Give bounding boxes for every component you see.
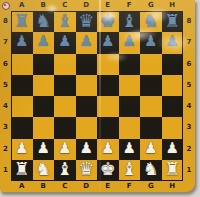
square-c6[interactable] <box>54 54 76 75</box>
file-label-bottom-c: C <box>54 181 76 192</box>
piece-white-pawn[interactable]: ♟ <box>101 141 114 156</box>
square-g1[interactable]: ♞ <box>140 160 162 181</box>
square-c8[interactable]: ♝ <box>54 11 76 32</box>
piece-white-pawn[interactable]: ♟ <box>166 141 179 156</box>
rank-label-left-6: 6 <box>0 54 11 75</box>
square-a8[interactable]: ♜ <box>11 11 33 32</box>
piece-white-bishop[interactable]: ♝ <box>121 160 137 178</box>
piece-white-knight[interactable]: ♞ <box>35 160 51 178</box>
square-e8[interactable]: ♚ <box>97 11 119 32</box>
rank-label-left-3: 3 <box>0 117 11 138</box>
board-corner <box>0 0 11 11</box>
board-corner <box>183 0 195 11</box>
piece-white-pawn[interactable]: ♟ <box>144 141 157 156</box>
square-h5[interactable] <box>162 75 184 96</box>
file-label-bottom-h: H <box>162 181 184 192</box>
piece-white-king[interactable]: ♚ <box>100 160 116 178</box>
piece-black-pawn[interactable]: ♟ <box>15 34 28 49</box>
square-a3[interactable] <box>11 117 33 138</box>
square-g2[interactable]: ♟ <box>140 139 162 160</box>
square-d4[interactable] <box>76 96 98 117</box>
square-f3[interactable] <box>119 117 141 138</box>
square-f6[interactable] <box>119 54 141 75</box>
piece-black-rook[interactable]: ♜ <box>164 12 180 30</box>
square-b5[interactable] <box>33 75 55 96</box>
square-b3[interactable] <box>33 117 55 138</box>
piece-black-knight[interactable]: ♞ <box>143 12 159 30</box>
square-h4[interactable] <box>162 96 184 117</box>
square-g4[interactable] <box>140 96 162 117</box>
piece-white-pawn[interactable]: ♟ <box>58 141 71 156</box>
square-g3[interactable] <box>140 117 162 138</box>
square-c7[interactable]: ♟ <box>54 32 76 53</box>
square-b1[interactable]: ♞ <box>33 160 55 181</box>
square-b7[interactable]: ♟ <box>33 32 55 53</box>
board-corner <box>0 181 11 192</box>
square-d8[interactable]: ♛ <box>76 11 98 32</box>
piece-black-pawn[interactable]: ♟ <box>80 34 93 49</box>
square-f4[interactable] <box>119 96 141 117</box>
square-c4[interactable] <box>54 96 76 117</box>
square-c3[interactable] <box>54 117 76 138</box>
rank-label-left-4: 4 <box>0 96 11 117</box>
piece-white-pawn[interactable]: ♟ <box>15 141 28 156</box>
rank-label-left-2: 2 <box>0 139 11 160</box>
piece-black-queen[interactable]: ♛ <box>78 12 94 30</box>
piece-white-pawn[interactable]: ♟ <box>123 141 136 156</box>
chess-board: AABBCCDDEEFFGGHH88♜♞♝♛♚♝♞♜77♟♟♟♟♟♟♟♟6655… <box>0 0 195 192</box>
square-e1[interactable]: ♚ <box>97 160 119 181</box>
rank-label-left-7: 7 <box>0 32 11 53</box>
rank-label-right-7: 7 <box>183 32 195 53</box>
rank-label-left-8: 8 <box>0 11 11 32</box>
piece-black-rook[interactable]: ♜ <box>14 12 30 30</box>
square-h1[interactable]: ♜ <box>162 160 184 181</box>
square-a7[interactable]: ♟ <box>11 32 33 53</box>
square-b2[interactable]: ♟ <box>33 139 55 160</box>
rank-label-right-3: 3 <box>183 117 195 138</box>
piece-black-pawn[interactable]: ♟ <box>144 34 157 49</box>
piece-black-knight[interactable]: ♞ <box>35 12 51 30</box>
piece-white-pawn[interactable]: ♟ <box>80 141 93 156</box>
maker-logo-icon <box>2 2 10 10</box>
square-e6[interactable] <box>97 54 119 75</box>
square-g8[interactable]: ♞ <box>140 11 162 32</box>
square-g6[interactable] <box>140 54 162 75</box>
square-f7[interactable]: ♟ <box>119 32 141 53</box>
square-g7[interactable]: ♟ <box>140 32 162 53</box>
piece-black-pawn[interactable]: ♟ <box>166 34 179 49</box>
file-label-bottom-b: B <box>33 181 55 192</box>
square-d5[interactable] <box>76 75 98 96</box>
square-h8[interactable]: ♜ <box>162 11 184 32</box>
square-e7[interactable]: ♟ <box>97 32 119 53</box>
square-a4[interactable] <box>11 96 33 117</box>
square-e4[interactable] <box>97 96 119 117</box>
square-a5[interactable] <box>11 75 33 96</box>
square-b8[interactable]: ♞ <box>33 11 55 32</box>
file-label-bottom-g: G <box>140 181 162 192</box>
piece-white-rook[interactable]: ♜ <box>14 160 30 178</box>
rank-label-left-1: 1 <box>0 160 11 181</box>
square-e2[interactable]: ♟ <box>97 139 119 160</box>
square-h6[interactable] <box>162 54 184 75</box>
square-h3[interactable] <box>162 117 184 138</box>
square-g5[interactable] <box>140 75 162 96</box>
square-c1[interactable]: ♝ <box>54 160 76 181</box>
square-c2[interactable]: ♟ <box>54 139 76 160</box>
file-label-bottom-a: A <box>11 181 33 192</box>
square-e5[interactable] <box>97 75 119 96</box>
square-d7[interactable]: ♟ <box>76 32 98 53</box>
piece-black-king[interactable]: ♚ <box>100 12 116 30</box>
square-a2[interactable]: ♟ <box>11 139 33 160</box>
file-label-bottom-f: F <box>119 181 141 192</box>
photo-background: AABBCCDDEEFFGGHH88♜♞♝♛♚♝♞♜77♟♟♟♟♟♟♟♟6655… <box>0 0 200 197</box>
rank-label-right-6: 6 <box>183 54 195 75</box>
square-d1[interactable]: ♛ <box>76 160 98 181</box>
square-d2[interactable]: ♟ <box>76 139 98 160</box>
piece-black-pawn[interactable]: ♟ <box>37 34 50 49</box>
square-h7[interactable]: ♟ <box>162 32 184 53</box>
file-label-bottom-d: D <box>76 181 98 192</box>
piece-black-bishop[interactable]: ♝ <box>121 12 137 30</box>
square-d3[interactable] <box>76 117 98 138</box>
piece-white-pawn[interactable]: ♟ <box>37 141 50 156</box>
square-a6[interactable] <box>11 54 33 75</box>
piece-black-pawn[interactable]: ♟ <box>58 34 71 49</box>
square-b6[interactable] <box>33 54 55 75</box>
rank-label-right-1: 1 <box>183 160 195 181</box>
rank-label-right-8: 8 <box>183 11 195 32</box>
rank-label-right-5: 5 <box>183 75 195 96</box>
rank-label-left-5: 5 <box>0 75 11 96</box>
rank-label-right-4: 4 <box>183 96 195 117</box>
board-corner <box>183 181 195 192</box>
file-label-bottom-e: E <box>97 181 119 192</box>
rank-label-right-2: 2 <box>183 139 195 160</box>
square-f5[interactable] <box>119 75 141 96</box>
piece-white-knight[interactable]: ♞ <box>143 160 159 178</box>
square-c5[interactable] <box>54 75 76 96</box>
piece-black-pawn[interactable]: ♟ <box>123 34 136 49</box>
square-a1[interactable]: ♜ <box>11 160 33 181</box>
square-f2[interactable]: ♟ <box>119 139 141 160</box>
square-h2[interactable]: ♟ <box>162 139 184 160</box>
square-f8[interactable]: ♝ <box>119 11 141 32</box>
piece-white-rook[interactable]: ♜ <box>164 160 180 178</box>
piece-black-pawn[interactable]: ♟ <box>101 34 114 49</box>
square-e3[interactable] <box>97 117 119 138</box>
piece-white-queen[interactable]: ♛ <box>78 160 94 178</box>
piece-white-bishop[interactable]: ♝ <box>57 160 73 178</box>
square-d6[interactable] <box>76 54 98 75</box>
piece-black-bishop[interactable]: ♝ <box>57 12 73 30</box>
square-f1[interactable]: ♝ <box>119 160 141 181</box>
square-b4[interactable] <box>33 96 55 117</box>
